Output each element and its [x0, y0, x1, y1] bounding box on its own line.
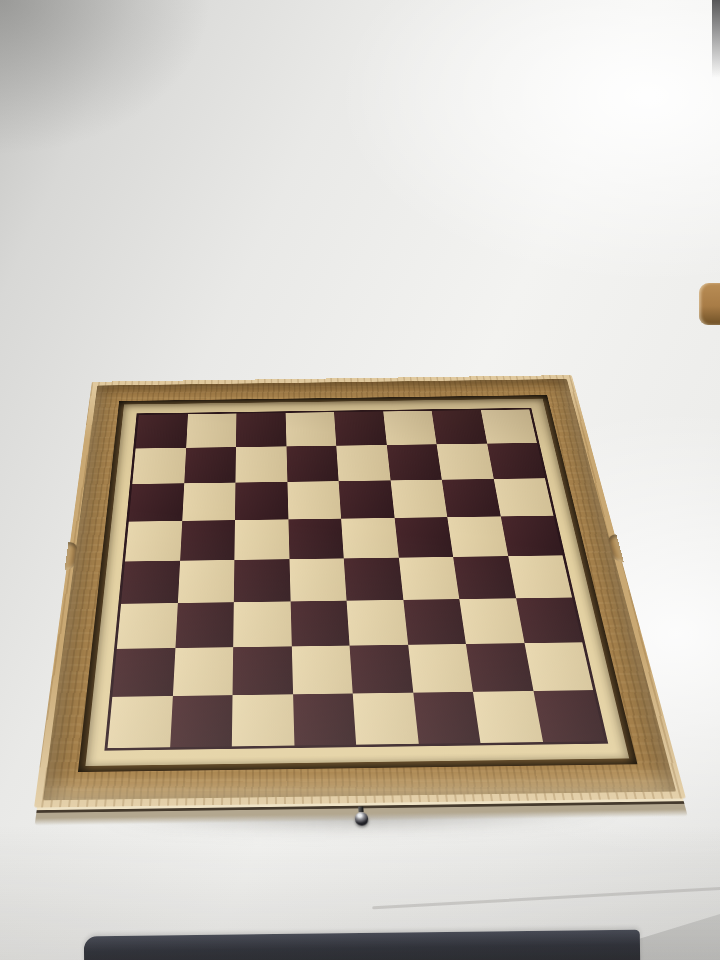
square-r4c7[interactable] [447, 516, 508, 556]
square-r5c5[interactable] [344, 558, 403, 601]
chess-box [34, 375, 686, 807]
square-r7c7[interactable] [466, 643, 533, 692]
square-r2c1[interactable] [132, 448, 185, 484]
square-r1c2[interactable] [186, 414, 237, 448]
square-r1c5[interactable] [334, 411, 386, 445]
square-r5c7[interactable] [453, 556, 516, 599]
board-surface [85, 399, 629, 766]
square-r5c6[interactable] [398, 557, 459, 600]
square-r6c6[interactable] [403, 599, 466, 645]
square-r4c1[interactable] [125, 521, 182, 562]
square-r3c7[interactable] [442, 479, 501, 517]
square-r7c1[interactable] [112, 648, 175, 697]
square-r2c5[interactable] [336, 445, 390, 481]
square-r3c5[interactable] [339, 480, 395, 518]
square-r6c5[interactable] [347, 600, 408, 646]
square-r8c2[interactable] [170, 695, 233, 747]
square-r1c1[interactable] [136, 414, 188, 448]
foreground-dark-object [84, 930, 640, 960]
square-r2c3[interactable] [235, 446, 287, 482]
square-r8c5[interactable] [353, 693, 419, 745]
square-r3c6[interactable] [390, 480, 447, 518]
square-r2c6[interactable] [386, 444, 441, 480]
square-r1c4[interactable] [285, 412, 336, 446]
square-r2c8[interactable] [487, 443, 545, 479]
chess-box-lid [34, 375, 686, 807]
square-r6c3[interactable] [233, 601, 291, 647]
square-r8c4[interactable] [293, 693, 357, 745]
square-r2c7[interactable] [437, 444, 494, 480]
square-r2c4[interactable] [286, 446, 339, 482]
square-r8c3[interactable] [232, 694, 294, 746]
square-r6c1[interactable] [117, 603, 178, 649]
square-r1c6[interactable] [383, 411, 437, 445]
square-r4c4[interactable] [288, 519, 344, 560]
square-r1c3[interactable] [236, 413, 286, 447]
board-border-line [104, 408, 608, 751]
square-r3c4[interactable] [287, 481, 341, 519]
square-r7c4[interactable] [291, 646, 352, 695]
square-r3c2[interactable] [182, 483, 236, 521]
square-r7c6[interactable] [408, 644, 473, 693]
square-r8c1[interactable] [108, 696, 173, 748]
square-r6c2[interactable] [175, 602, 234, 648]
square-r5c8[interactable] [508, 555, 572, 598]
square-r5c3[interactable] [234, 559, 290, 602]
square-r7c3[interactable] [233, 646, 293, 695]
square-r3c8[interactable] [493, 478, 553, 516]
photo-scene [0, 0, 720, 960]
square-r6c4[interactable] [290, 601, 349, 647]
drawer-knob[interactable] [354, 806, 369, 828]
square-r4c8[interactable] [500, 516, 562, 556]
square-r3c3[interactable] [235, 482, 288, 520]
square-r2c2[interactable] [184, 447, 236, 483]
square-r8c8[interactable] [533, 690, 605, 742]
square-r3c1[interactable] [129, 483, 184, 521]
square-r4c5[interactable] [341, 518, 398, 559]
square-r7c5[interactable] [350, 645, 413, 694]
background-dark-edge [712, 0, 720, 78]
square-r7c8[interactable] [524, 642, 593, 691]
square-r6c7[interactable] [459, 598, 524, 644]
backdrop-sheet-edge [372, 886, 720, 910]
square-r5c1[interactable] [121, 561, 180, 604]
chessboard-grid [108, 409, 605, 748]
square-r1c8[interactable] [480, 409, 536, 443]
square-r6c8[interactable] [516, 598, 583, 644]
drawer-knob-ball [355, 812, 369, 826]
square-r4c6[interactable] [394, 517, 453, 557]
square-r8c7[interactable] [473, 691, 543, 743]
square-r4c3[interactable] [234, 519, 289, 560]
square-r8c6[interactable] [413, 692, 481, 744]
square-r5c2[interactable] [177, 560, 234, 603]
square-r5c4[interactable] [289, 558, 346, 601]
square-r4c2[interactable] [180, 520, 235, 561]
square-r7c2[interactable] [172, 647, 233, 696]
square-r1c7[interactable] [432, 410, 487, 444]
background-wood-fragment [699, 283, 720, 325]
